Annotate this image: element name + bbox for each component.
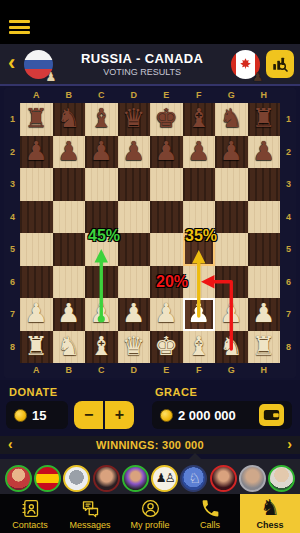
dark-knight: ♞	[220, 105, 243, 131]
dark-pawn: ♟	[57, 138, 80, 164]
nav-item-chess[interactable]: ♞Chess	[240, 494, 300, 533]
file-label-bottom-h: H	[248, 365, 281, 375]
square-a2[interactable]: ♟	[20, 136, 53, 169]
profile-icon	[140, 497, 161, 519]
square-f8[interactable]: ♝	[183, 331, 216, 364]
messages-icon	[80, 497, 101, 519]
donate-label: DONATE	[9, 386, 134, 398]
header: ‹ ♟ RUSSIA - CANADA VOTING RESULTS ♟	[0, 44, 300, 84]
nav-item-contacts[interactable]: Contacts	[0, 494, 60, 533]
rank-label-left-1: 1	[6, 103, 19, 136]
rank-label-left-3: 3	[6, 168, 19, 201]
dark-bishop: ♝	[187, 105, 210, 131]
square-h3[interactable]	[248, 168, 281, 201]
square-h5[interactable]	[248, 233, 281, 266]
dark-knight: ♞	[57, 105, 80, 131]
bottom-navigation: ContactsMessagesMy profileCalls♞Chess	[0, 494, 300, 533]
dark-pawn: ♟	[122, 138, 145, 164]
avatar-player-4[interactable]	[210, 465, 237, 492]
rank-label-left-2: 2	[6, 136, 19, 169]
white-rook: ♜	[25, 333, 48, 359]
square-c7[interactable]: ♟	[85, 298, 118, 331]
square-b8[interactable]: ♞	[53, 331, 86, 364]
winnings-bar: ‹ WINNINGS: 300 000 ›	[0, 436, 300, 454]
file-label-bottom-b: B	[53, 365, 86, 375]
selected-avatar-notch	[188, 453, 202, 460]
square-b6[interactable]	[53, 266, 86, 299]
donate-plus-button[interactable]: +	[105, 401, 134, 429]
square-g5[interactable]	[215, 233, 248, 266]
file-label-bottom-a: A	[20, 365, 53, 375]
nav-label: My profile	[130, 520, 169, 530]
square-e2[interactable]: ♟	[150, 136, 183, 169]
pawn-icon: ♟	[252, 71, 263, 83]
nav-item-my-profile[interactable]: My profile	[120, 494, 180, 533]
menu-icon[interactable]	[9, 20, 30, 37]
square-b1[interactable]: ♞	[53, 103, 86, 136]
dark-bishop: ♝	[90, 105, 113, 131]
donate-stepper: − +	[74, 401, 134, 429]
page-title: RUSSIA - CANADA	[59, 51, 225, 66]
file-label-bottom-e: E	[150, 365, 183, 375]
coin-icon	[14, 409, 27, 422]
nav-label: Calls	[200, 520, 220, 530]
square-b2[interactable]: ♟	[53, 136, 86, 169]
white-pawn: ♟	[252, 300, 275, 326]
square-h2[interactable]: ♟	[248, 136, 281, 169]
square-d5[interactable]	[118, 233, 151, 266]
rank-label-right-1: 1	[282, 103, 295, 136]
square-b3[interactable]	[53, 168, 86, 201]
square-e5[interactable]	[150, 233, 183, 266]
square-d7[interactable]: ♟	[118, 298, 151, 331]
square-d2[interactable]: ♟	[118, 136, 151, 169]
grace-label: GRACE	[155, 386, 292, 398]
square-a5[interactable]	[20, 233, 53, 266]
white-pawn: ♟	[25, 300, 48, 326]
square-a1[interactable]: ♜	[20, 103, 53, 136]
dark-pawn: ♟	[155, 138, 178, 164]
square-f2[interactable]: ♟	[183, 136, 216, 169]
avatar-robot-bot[interactable]	[63, 465, 90, 492]
square-g4[interactable]	[215, 201, 248, 234]
winnings-prev-button[interactable]: ‹	[0, 436, 21, 454]
bar-chart-search-icon	[271, 55, 289, 73]
avatar-player-2[interactable]	[93, 465, 120, 492]
white-bishop: ♝	[90, 333, 113, 359]
square-f6[interactable]	[183, 266, 216, 299]
pawn-icon: ♟	[46, 71, 57, 83]
square-h6[interactable]	[248, 266, 281, 299]
rank-label-right-4: 4	[282, 201, 295, 234]
square-a7[interactable]: ♟	[20, 298, 53, 331]
square-b5[interactable]	[53, 233, 86, 266]
grace-amount-box: 2 000 000	[152, 401, 292, 429]
white-rook: ♜	[252, 333, 275, 359]
dark-pawn: ♟	[187, 138, 210, 164]
donate-amount-box: 15	[6, 401, 68, 429]
avatar-player-6[interactable]	[268, 465, 295, 492]
square-c2[interactable]: ♟	[85, 136, 118, 169]
square-e7[interactable]: ♟	[150, 298, 183, 331]
maple-leaf-icon	[239, 57, 252, 71]
square-g3[interactable]	[215, 168, 248, 201]
chess-app-screen: ‹ ♟ RUSSIA - CANADA VOTING RESULTS ♟	[0, 0, 300, 533]
file-label-top-a: A	[20, 90, 53, 100]
dark-rook: ♜	[252, 105, 275, 131]
white-pawn: ♟	[90, 300, 113, 326]
square-h4[interactable]	[248, 201, 281, 234]
square-e1[interactable]: ♚	[150, 103, 183, 136]
square-b7[interactable]: ♟	[53, 298, 86, 331]
square-c3[interactable]	[85, 168, 118, 201]
file-label-top-b: B	[53, 90, 86, 100]
contacts-icon	[20, 497, 41, 519]
file-label-bottom-f: F	[183, 365, 216, 375]
rank-label-right-8: 8	[282, 331, 295, 364]
file-label-top-e: E	[150, 90, 183, 100]
dark-pawn: ♟	[90, 138, 113, 164]
file-label-top-c: C	[85, 90, 118, 100]
white-bishop: ♝	[187, 333, 210, 359]
dark-pawn: ♟	[252, 138, 275, 164]
square-e8[interactable]: ♚	[150, 331, 183, 364]
rank-label-right-3: 3	[282, 168, 295, 201]
avatar-player-5[interactable]	[239, 465, 266, 492]
square-f4[interactable]	[183, 201, 216, 234]
white-pawn: ♟	[220, 300, 243, 326]
rank-label-right-2: 2	[282, 136, 295, 169]
coin-icon	[160, 409, 173, 422]
white-pawn: ♟	[122, 300, 145, 326]
square-f5[interactable]	[183, 233, 216, 266]
square-d4[interactable]	[118, 201, 151, 234]
dark-queen: ♛	[122, 105, 145, 131]
knight-club-logo-glyph: ♘	[189, 471, 200, 485]
rank-label-right-6: 6	[282, 266, 295, 299]
grace-amount: 2 000 000	[178, 408, 236, 423]
square-b4[interactable]	[53, 201, 86, 234]
square-g7[interactable]: ♟	[215, 298, 248, 331]
white-knight: ♞	[220, 333, 243, 359]
rank-label-left-4: 4	[6, 201, 19, 234]
nav-label: Messages	[69, 520, 110, 530]
donate-amount: 15	[32, 408, 46, 423]
white-king: ♚	[155, 333, 178, 359]
file-label-bottom-g: G	[215, 365, 248, 375]
avatar-player-1[interactable]	[5, 465, 32, 492]
canada-flag-icon: ♟	[231, 50, 260, 79]
avatar-player-3[interactable]	[122, 465, 149, 492]
square-c8[interactable]: ♝	[85, 331, 118, 364]
white-pawn: ♟	[187, 300, 210, 326]
square-e4[interactable]	[150, 201, 183, 234]
square-c6[interactable]	[85, 266, 118, 299]
square-g6[interactable]	[215, 266, 248, 299]
file-label-bottom-c: C	[85, 365, 118, 375]
square-d3[interactable]	[118, 168, 151, 201]
square-c1[interactable]: ♝	[85, 103, 118, 136]
square-d6[interactable]	[118, 266, 151, 299]
square-a4[interactable]	[20, 201, 53, 234]
rank-label-left-6: 6	[6, 266, 19, 299]
chess-icon: ♞	[260, 497, 280, 519]
winnings-next-button[interactable]: ›	[279, 436, 300, 454]
nav-label: Chess	[256, 520, 283, 530]
page-subtitle: VOTING RESULTS	[59, 67, 225, 77]
square-g2[interactable]: ♟	[215, 136, 248, 169]
donate-minus-button[interactable]: −	[74, 401, 103, 429]
players-avatar-bar: ♟♙♘	[0, 459, 300, 497]
dark-pawn: ♟	[25, 138, 48, 164]
square-h7[interactable]: ♟	[248, 298, 281, 331]
square-c5[interactable]	[85, 233, 118, 266]
file-label-bottom-d: D	[118, 365, 151, 375]
avatar-knight-club-logo-selected[interactable]: ♘	[180, 465, 207, 492]
rank-label-left-8: 8	[6, 331, 19, 364]
winnings-text: WINNINGS: 300 000	[21, 439, 280, 451]
rank-label-left-5: 5	[6, 233, 19, 266]
square-d1[interactable]: ♛	[118, 103, 151, 136]
status-bar	[0, 0, 300, 44]
white-pawn: ♟	[57, 300, 80, 326]
square-h8[interactable]: ♜	[248, 331, 281, 364]
avatar-pawns-logo[interactable]: ♟♙	[151, 465, 178, 492]
calls-icon	[200, 497, 221, 519]
nav-label: Contacts	[12, 520, 48, 530]
dark-pawn: ♟	[220, 138, 243, 164]
dark-king: ♚	[155, 105, 178, 131]
file-label-top-d: D	[118, 90, 151, 100]
russia-flag-icon: ♟	[24, 50, 53, 79]
square-f1[interactable]: ♝	[183, 103, 216, 136]
file-label-top-f: F	[183, 90, 216, 100]
square-c4[interactable]	[85, 201, 118, 234]
white-knight: ♞	[57, 333, 80, 359]
white-queen: ♛	[122, 333, 145, 359]
chess-board: ♜♞♝♛♚♝♞♜♟♟♟♟♟♟♟♟♟♟♟♟♟♟♟♟♜♞♝♛♚♝♞♜	[4, 88, 296, 378]
square-f3[interactable]	[183, 168, 216, 201]
square-e6[interactable]	[150, 266, 183, 299]
square-g1[interactable]: ♞	[215, 103, 248, 136]
file-label-top-h: H	[248, 90, 281, 100]
square-e3[interactable]	[150, 168, 183, 201]
square-h1[interactable]: ♜	[248, 103, 281, 136]
back-button[interactable]: ‹	[6, 52, 18, 77]
avatar-spain-flag[interactable]	[34, 465, 61, 492]
voting-stats-button[interactable]	[266, 50, 294, 78]
file-label-top-g: G	[215, 90, 248, 100]
nav-item-messages[interactable]: Messages	[60, 494, 120, 533]
board-area: ♜♞♝♛♚♝♞♜♟♟♟♟♟♟♟♟♟♟♟♟♟♟♟♟♜♞♝♛♚♝♞♜	[0, 84, 300, 380]
pawns-logo-glyph: ♟♙	[156, 472, 174, 484]
money-panel: DONATE 15 − + GRACE 2 000 000	[0, 380, 300, 434]
white-pawn: ♟	[155, 300, 178, 326]
square-a3[interactable]	[20, 168, 53, 201]
square-d8[interactable]: ♛	[118, 331, 151, 364]
rank-label-right-7: 7	[282, 298, 295, 331]
rank-label-right-5: 5	[282, 233, 295, 266]
nav-item-calls[interactable]: Calls	[180, 494, 240, 533]
wallet-button[interactable]	[259, 404, 284, 426]
square-a6[interactable]	[20, 266, 53, 299]
dark-rook: ♜	[25, 105, 48, 131]
rank-label-left-7: 7	[6, 298, 19, 331]
wallet-icon	[263, 408, 280, 422]
square-a8[interactable]: ♜	[20, 331, 53, 364]
square-f7[interactable]: ♟	[183, 298, 216, 331]
square-g8[interactable]: ♞	[215, 331, 248, 364]
